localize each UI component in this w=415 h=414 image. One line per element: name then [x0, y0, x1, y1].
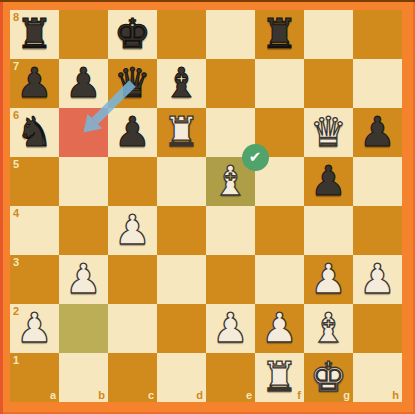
square-d4[interactable] [157, 206, 206, 255]
square-h5[interactable] [353, 157, 402, 206]
square-b2[interactable] [59, 304, 108, 353]
square-h4[interactable] [353, 206, 402, 255]
square-e8[interactable] [206, 10, 255, 59]
square-b8[interactable] [59, 10, 108, 59]
square-a6[interactable]: 6♞ [10, 108, 59, 157]
square-a3[interactable]: 3 [10, 255, 59, 304]
rank-label-5: 5 [13, 158, 19, 170]
chess-board: 8♜♚♜7♟♟♛♝6♞♟♜♛♟5♝♟4♟3♟♟♟2♟♟♟♝1abcdef♜g♚h [10, 10, 402, 402]
chess-app-window: 8♜♚♜7♟♟♛♝6♞♟♜♛♟5♝♟4♟3♟♟♟2♟♟♟♝1abcdef♜g♚h… [0, 0, 415, 414]
square-h1[interactable]: h [353, 353, 402, 402]
square-g1[interactable]: g♚ [304, 353, 353, 402]
square-e3[interactable] [206, 255, 255, 304]
piece-black-bishop[interactable]: ♝ [163, 59, 200, 108]
piece-white-pawn[interactable]: ♟ [359, 255, 396, 304]
file-label-b: b [98, 389, 105, 401]
square-a8[interactable]: 8♜ [10, 10, 59, 59]
square-c1[interactable]: c [108, 353, 157, 402]
square-f1[interactable]: f♜ [255, 353, 304, 402]
file-label-e: e [246, 389, 252, 401]
square-a4[interactable]: 4 [10, 206, 59, 255]
rank-label-7: 7 [13, 60, 19, 72]
piece-white-pawn[interactable]: ♟ [16, 304, 53, 353]
piece-white-pawn[interactable]: ♟ [310, 255, 347, 304]
piece-black-rook[interactable]: ♜ [16, 10, 53, 59]
square-b4[interactable] [59, 206, 108, 255]
square-e1[interactable]: e [206, 353, 255, 402]
square-c6[interactable]: ♟ [108, 108, 157, 157]
square-d5[interactable] [157, 157, 206, 206]
square-b6[interactable] [59, 108, 108, 157]
piece-white-bishop[interactable]: ♝ [310, 304, 347, 353]
square-f5[interactable] [255, 157, 304, 206]
file-label-d: d [196, 389, 203, 401]
rank-label-6: 6 [13, 109, 19, 121]
rank-label-2: 2 [13, 305, 19, 317]
square-g4[interactable] [304, 206, 353, 255]
square-a1[interactable]: 1a [10, 353, 59, 402]
square-f4[interactable] [255, 206, 304, 255]
piece-white-bishop[interactable]: ♝ [212, 157, 249, 206]
square-b5[interactable] [59, 157, 108, 206]
square-d6[interactable]: ♜ [157, 108, 206, 157]
square-g8[interactable] [304, 10, 353, 59]
square-c3[interactable] [108, 255, 157, 304]
square-f8[interactable]: ♜ [255, 10, 304, 59]
piece-white-queen[interactable]: ♛ [310, 108, 347, 157]
square-a5[interactable]: 5 [10, 157, 59, 206]
piece-white-rook[interactable]: ♜ [163, 108, 200, 157]
piece-black-rook[interactable]: ♜ [261, 10, 298, 59]
file-label-f: f [297, 389, 301, 401]
square-f6[interactable] [255, 108, 304, 157]
square-g2[interactable]: ♝ [304, 304, 353, 353]
piece-black-pawn[interactable]: ♟ [310, 157, 347, 206]
square-h3[interactable]: ♟ [353, 255, 402, 304]
square-g5[interactable]: ♟ [304, 157, 353, 206]
file-label-g: g [343, 389, 350, 401]
piece-white-pawn[interactable]: ♟ [212, 304, 249, 353]
rank-label-3: 3 [13, 256, 19, 268]
rank-label-4: 4 [13, 207, 19, 219]
square-h6[interactable]: ♟ [353, 108, 402, 157]
piece-white-pawn[interactable]: ♟ [261, 304, 298, 353]
piece-white-rook[interactable]: ♜ [261, 353, 298, 402]
square-f2[interactable]: ♟ [255, 304, 304, 353]
square-c8[interactable]: ♚ [108, 10, 157, 59]
rank-label-8: 8 [13, 11, 19, 23]
piece-black-pawn[interactable]: ♟ [16, 59, 53, 108]
square-e6[interactable] [206, 108, 255, 157]
square-e5[interactable]: ♝ [206, 157, 255, 206]
square-h2[interactable] [353, 304, 402, 353]
square-b1[interactable]: b [59, 353, 108, 402]
square-h8[interactable] [353, 10, 402, 59]
square-d8[interactable] [157, 10, 206, 59]
square-b7[interactable]: ♟ [59, 59, 108, 108]
piece-black-pawn[interactable]: ♟ [65, 59, 102, 108]
square-g7[interactable] [304, 59, 353, 108]
piece-black-knight[interactable]: ♞ [16, 108, 53, 157]
piece-black-pawn[interactable]: ♟ [359, 108, 396, 157]
square-f7[interactable] [255, 59, 304, 108]
file-label-h: h [392, 389, 399, 401]
file-label-c: c [148, 389, 154, 401]
piece-white-pawn[interactable]: ♟ [65, 255, 102, 304]
square-e4[interactable] [206, 206, 255, 255]
square-d2[interactable] [157, 304, 206, 353]
square-d7[interactable]: ♝ [157, 59, 206, 108]
square-c4[interactable]: ♟ [108, 206, 157, 255]
square-c5[interactable] [108, 157, 157, 206]
square-g3[interactable]: ♟ [304, 255, 353, 304]
square-e2[interactable]: ♟ [206, 304, 255, 353]
square-e7[interactable] [206, 59, 255, 108]
piece-black-king[interactable]: ♚ [114, 10, 151, 59]
rank-label-1: 1 [13, 354, 19, 366]
square-a2[interactable]: 2♟ [10, 304, 59, 353]
square-c2[interactable] [108, 304, 157, 353]
piece-white-pawn[interactable]: ♟ [114, 206, 151, 255]
square-b3[interactable]: ♟ [59, 255, 108, 304]
square-c7[interactable]: ♛ [108, 59, 157, 108]
square-f3[interactable] [255, 255, 304, 304]
square-d3[interactable] [157, 255, 206, 304]
square-h7[interactable] [353, 59, 402, 108]
square-a7[interactable]: 7♟ [10, 59, 59, 108]
square-d1[interactable]: d [157, 353, 206, 402]
piece-black-pawn[interactable]: ♟ [114, 108, 151, 157]
piece-black-queen[interactable]: ♛ [114, 59, 151, 108]
file-label-a: a [50, 389, 56, 401]
piece-white-king[interactable]: ♚ [310, 353, 347, 402]
square-g6[interactable]: ♛ [304, 108, 353, 157]
